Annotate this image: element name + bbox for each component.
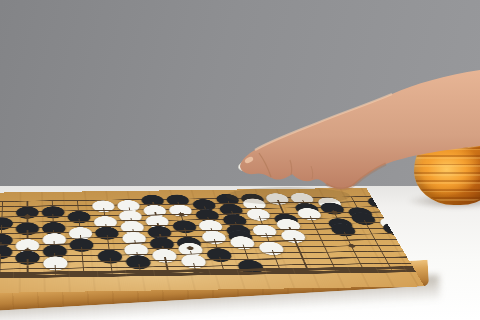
go-board[interactable]: ●●●●●●●●●●●●●●●●●●●●●●●●●●●●●●●●●●●●●●●●…	[0, 188, 424, 294]
intersection[interactable]	[211, 274, 239, 275]
stone-bowl	[414, 126, 480, 205]
intersection[interactable]	[98, 275, 126, 276]
intersection[interactable]	[155, 275, 183, 276]
go-photo-scene: ●●●●●●●●●●●●●●●●●●●●●●●●●●●●●●●●●●●●●●●●…	[0, 0, 480, 320]
intersection[interactable]	[70, 276, 98, 277]
intersection[interactable]	[379, 271, 407, 272]
intersection[interactable]	[42, 276, 70, 277]
intersection[interactable]	[239, 273, 267, 274]
intersection[interactable]	[295, 273, 323, 274]
background-wall	[0, 0, 480, 190]
intersection[interactable]	[14, 277, 42, 278]
intersection[interactable]	[183, 274, 211, 275]
intersection[interactable]	[267, 273, 295, 274]
intersection[interactable]	[351, 272, 379, 273]
intersection[interactable]	[323, 272, 351, 273]
intersection[interactable]	[126, 275, 154, 276]
go-board-grid: ●●●●●●●●●●●●●●●●●●●●●●●●●●●●●●●●●●●●●●●●…	[0, 194, 404, 279]
intersection[interactable]	[0, 277, 14, 278]
